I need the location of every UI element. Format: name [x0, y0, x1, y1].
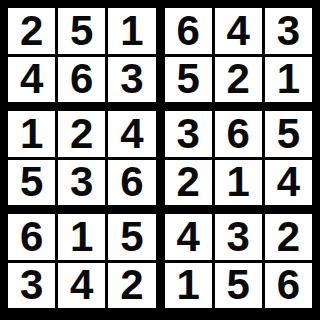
sudoku-cell-r5c5: 3 — [215, 214, 262, 260]
sudoku-cell-r6c1: 3 — [8, 263, 55, 309]
sudoku-cell-r2c6: 1 — [265, 57, 312, 103]
sudoku-cell-r2c2: 6 — [58, 57, 105, 103]
sudoku-box-r0c0: 251463 — [8, 8, 156, 102]
sudoku-cell-r6c5: 5 — [215, 263, 262, 309]
sudoku-cell-r1c4: 6 — [165, 8, 212, 54]
sudoku-cell-r4c6: 4 — [265, 160, 312, 206]
sudoku-cell-r1c6: 3 — [265, 8, 312, 54]
sudoku-cell-r5c4: 4 — [165, 214, 212, 260]
sudoku-cell-r1c3: 1 — [108, 8, 155, 54]
sudoku-cell-r6c2: 4 — [58, 263, 105, 309]
sudoku-cell-r5c1: 6 — [8, 214, 55, 260]
sudoku-cell-r4c3: 6 — [108, 160, 155, 206]
sudoku-cell-r3c1: 1 — [8, 111, 55, 157]
sudoku-cell-r3c2: 2 — [58, 111, 105, 157]
sudoku-cell-r4c4: 2 — [165, 160, 212, 206]
sudoku-cell-r5c6: 2 — [265, 214, 312, 260]
sudoku-cell-r3c3: 4 — [108, 111, 155, 157]
sudoku-cell-r6c6: 6 — [265, 263, 312, 309]
sudoku-cell-r5c2: 1 — [58, 214, 105, 260]
sudoku-box-r1c1: 365214 — [165, 111, 313, 205]
sudoku-cell-r3c5: 6 — [215, 111, 262, 157]
sudoku-cell-r1c1: 2 — [8, 8, 55, 54]
sudoku-cell-r6c4: 1 — [165, 263, 212, 309]
sudoku-cell-r4c5: 1 — [215, 160, 262, 206]
sudoku-cell-r2c4: 5 — [165, 57, 212, 103]
sudoku-box-r2c0: 615342 — [8, 214, 156, 308]
sudoku-box-r2c1: 432156 — [165, 214, 313, 308]
sudoku-cell-r3c4: 3 — [165, 111, 212, 157]
sudoku-cell-r3c6: 5 — [265, 111, 312, 157]
sudoku-cell-r4c2: 3 — [58, 160, 105, 206]
sudoku-box-r1c0: 124536 — [8, 111, 156, 205]
sudoku-cell-r2c1: 4 — [8, 57, 55, 103]
sudoku-box-r0c1: 643521 — [165, 8, 313, 102]
sudoku-cell-r4c1: 5 — [8, 160, 55, 206]
sudoku-cell-r6c3: 2 — [108, 263, 155, 309]
sudoku-cell-r2c3: 3 — [108, 57, 155, 103]
sudoku-board: 251463643521124536365214615342432156 — [0, 0, 320, 320]
sudoku-cell-r1c5: 4 — [215, 8, 262, 54]
sudoku-cell-r1c2: 5 — [58, 8, 105, 54]
sudoku-cell-r5c3: 5 — [108, 214, 155, 260]
sudoku-cell-r2c5: 2 — [215, 57, 262, 103]
